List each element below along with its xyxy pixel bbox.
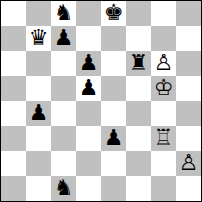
square-f8 <box>126 1 151 26</box>
square-h5 <box>176 76 201 101</box>
square-f3 <box>126 126 151 151</box>
square-g7 <box>151 26 176 51</box>
square-a2 <box>1 151 26 176</box>
square-b5 <box>26 76 51 101</box>
square-c2 <box>51 151 76 176</box>
square-e2 <box>101 151 126 176</box>
square-c1: ♞ <box>51 176 76 201</box>
black-king-piece: ♚ <box>104 2 124 24</box>
square-d6: ♟ <box>76 51 101 76</box>
black-queen-piece: ♛ <box>29 27 49 49</box>
square-h4 <box>176 101 201 126</box>
square-e5 <box>101 76 126 101</box>
square-h7 <box>176 26 201 51</box>
black-knight-piece: ♞ <box>54 177 74 199</box>
square-g1 <box>151 176 176 201</box>
square-h3 <box>176 126 201 151</box>
square-h8 <box>176 1 201 26</box>
square-b2 <box>26 151 51 176</box>
square-b1 <box>26 176 51 201</box>
black-rook-piece: ♜ <box>129 52 149 74</box>
white-pawn-piece: ♙ <box>179 152 199 174</box>
square-c3 <box>51 126 76 151</box>
square-b7: ♛ <box>26 26 51 51</box>
square-f5 <box>126 76 151 101</box>
square-b8 <box>26 1 51 26</box>
square-a5 <box>1 76 26 101</box>
square-d3 <box>76 126 101 151</box>
square-h1 <box>176 176 201 201</box>
black-pawn-piece: ♟ <box>79 77 99 99</box>
square-f1 <box>126 176 151 201</box>
square-f4 <box>126 101 151 126</box>
square-a7 <box>1 26 26 51</box>
square-g8 <box>151 1 176 26</box>
square-g3: ♖ <box>151 126 176 151</box>
white-king-piece: ♔ <box>154 77 174 99</box>
white-pawn-piece: ♙ <box>154 52 174 74</box>
square-g4 <box>151 101 176 126</box>
square-b3 <box>26 126 51 151</box>
black-pawn-piece: ♟ <box>104 127 124 149</box>
square-c5 <box>51 76 76 101</box>
square-c7: ♟ <box>51 26 76 51</box>
square-d5: ♟ <box>76 76 101 101</box>
square-d1 <box>76 176 101 201</box>
square-e8: ♚ <box>101 1 126 26</box>
square-d4 <box>76 101 101 126</box>
square-b6 <box>26 51 51 76</box>
square-a3 <box>1 126 26 151</box>
square-b4: ♟ <box>26 101 51 126</box>
square-a8 <box>1 1 26 26</box>
square-a4 <box>1 101 26 126</box>
square-f6: ♜ <box>126 51 151 76</box>
black-knight-piece: ♞ <box>54 2 74 24</box>
square-d2 <box>76 151 101 176</box>
square-a6 <box>1 51 26 76</box>
square-g2 <box>151 151 176 176</box>
square-c8: ♞ <box>51 1 76 26</box>
square-e4 <box>101 101 126 126</box>
square-e3: ♟ <box>101 126 126 151</box>
square-g5: ♔ <box>151 76 176 101</box>
square-d7 <box>76 26 101 51</box>
square-f7 <box>126 26 151 51</box>
square-d8 <box>76 1 101 26</box>
square-e7 <box>101 26 126 51</box>
black-pawn-piece: ♟ <box>29 102 49 124</box>
square-e1 <box>101 176 126 201</box>
chess-board: ♞♚♛♟♟♜♙♟♔♟♟♖♙♞ <box>0 0 202 202</box>
white-rook-piece: ♖ <box>154 127 174 149</box>
black-pawn-piece: ♟ <box>79 52 99 74</box>
square-e6 <box>101 51 126 76</box>
square-g6: ♙ <box>151 51 176 76</box>
black-pawn-piece: ♟ <box>54 27 74 49</box>
square-c6 <box>51 51 76 76</box>
square-c4 <box>51 101 76 126</box>
square-h2: ♙ <box>176 151 201 176</box>
square-h6 <box>176 51 201 76</box>
square-a1 <box>1 176 26 201</box>
square-f2 <box>126 151 151 176</box>
